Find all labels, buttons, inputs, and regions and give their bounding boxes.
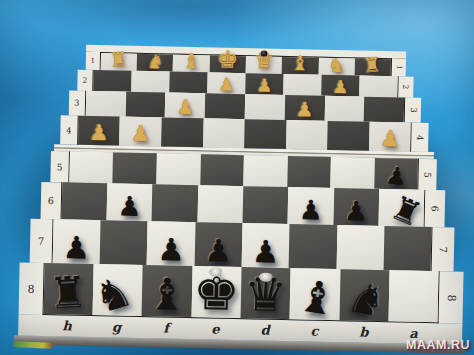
square-b4 (327, 121, 369, 151)
rank-label-left-7: 7 (30, 219, 53, 263)
file-label-b: b (339, 324, 389, 340)
square-d6 (243, 186, 289, 224)
square-c2 (283, 74, 321, 96)
file-label-h: h (42, 318, 92, 334)
square-a5: ♟ (374, 158, 418, 190)
file-label-f: f (141, 320, 191, 336)
square-e1: ♚ (209, 55, 246, 73)
square-e2: ♟ (207, 72, 245, 94)
square-e3 (205, 93, 245, 119)
square-b2: ♟ (321, 75, 359, 97)
white-bishop-f1: ♝ (182, 52, 200, 71)
square-e4 (203, 118, 245, 148)
square-a6: ♜ (378, 189, 424, 227)
black-bishop-f8: ♝ (147, 273, 187, 316)
white-bishop-c1: ♝ (291, 54, 309, 73)
black-pawn-b6: ♟ (344, 199, 369, 225)
square-b5 (330, 157, 374, 189)
black-knight-b8: ♞ (344, 277, 389, 323)
white-pawn-e2: ♟ (218, 75, 234, 92)
square-f2 (169, 72, 207, 94)
square-d5 (243, 155, 287, 187)
square-h5 (69, 151, 113, 183)
black-pawn-f7: ♟ (157, 235, 185, 265)
rank-label-right-3: 3 (405, 98, 421, 123)
black-pawn-c6: ♟ (298, 198, 323, 224)
square-c6: ♟ (288, 187, 334, 225)
square-g1: ♞ (137, 54, 174, 72)
white-pawn-d2: ♟ (256, 76, 272, 93)
rank-label-left-8: 8 (19, 262, 44, 314)
black-queen-d8: ♛ (244, 272, 288, 318)
white-knight-g1: ♞ (146, 52, 163, 70)
square-b8: ♞ (339, 269, 389, 321)
square-b3 (324, 96, 364, 122)
square-g6: ♟ (107, 183, 153, 221)
file-label-g: g (92, 319, 142, 335)
square-a1: ♜ (354, 58, 391, 76)
square-e8: ♚ (191, 266, 241, 318)
black-rook-h8: ♜ (47, 272, 88, 315)
white-pawn-g4: ♟ (130, 124, 150, 145)
rank-label-right-5: 5 (418, 159, 437, 190)
black-pawn-a5: ♟ (385, 164, 409, 189)
square-f4 (161, 117, 203, 147)
square-b6: ♟ (333, 188, 379, 226)
square-c1: ♝ (282, 57, 319, 75)
rank-label-right-7: 7 (432, 227, 455, 271)
square-f6 (152, 184, 198, 222)
square-f3: ♟ (165, 92, 205, 118)
square-a7 (383, 226, 431, 271)
square-g3 (125, 92, 165, 118)
square-h3 (86, 91, 126, 117)
squares-rank-8: ♜♞♝♚♛♝♞ (42, 263, 439, 323)
white-pawn-h4: ♟ (89, 123, 109, 144)
square-h4: ♟ (78, 116, 120, 146)
square-d7: ♟ (242, 223, 290, 268)
square-f8: ♝ (142, 265, 192, 317)
square-c3: ♟ (284, 95, 324, 121)
square-b7 (336, 225, 384, 270)
square-a4: ♟ (369, 122, 411, 152)
rank-label-left-4: 4 (60, 115, 78, 144)
rank-label-right-8: 8 (439, 271, 464, 323)
square-g8: ♞ (93, 264, 143, 316)
square-h6 (61, 182, 107, 220)
black-pawn-h7: ♟ (62, 233, 90, 263)
square-b1: ♞ (318, 58, 355, 76)
square-d2: ♟ (245, 73, 283, 95)
rank-label-left-1: 1 (86, 52, 100, 70)
file-label-d: d (240, 322, 290, 338)
square-e6 (197, 185, 243, 223)
square-h1: ♜ (101, 53, 138, 71)
rank-label-left-5: 5 (50, 151, 69, 182)
square-g4: ♟ (120, 117, 162, 147)
rank-label-left-6: 6 (41, 182, 62, 219)
square-g5 (113, 152, 157, 184)
white-knight-b1: ♞ (328, 56, 345, 74)
white-rook-a1: ♜ (362, 55, 381, 75)
rank-label-left-3: 3 (69, 90, 85, 115)
square-e5 (200, 154, 244, 186)
squares-rank-7: ♟♟♟♟ (52, 219, 433, 271)
black-rook-a6: ♜ (386, 190, 426, 230)
file-label-e: e (191, 321, 241, 337)
square-g2 (131, 71, 169, 93)
square-f7: ♟ (147, 221, 195, 266)
square-a3 (364, 97, 404, 123)
square-c4 (286, 120, 328, 150)
black-knight-g8: ♞ (89, 271, 137, 320)
square-c5 (287, 156, 331, 188)
square-d4 (244, 119, 286, 149)
square-h7: ♟ (53, 219, 101, 264)
rank-label-right-1: 1 (392, 58, 406, 76)
chessboard: 1♜♞♝♚♛♝♞♜12♟♟♟23♟♟34♟♟♟45♟56♟♟♟♜67♟♟♟♟78… (0, 0, 474, 355)
white-queen-d1: ♛ (254, 51, 274, 72)
black-bishop-c8: ♝ (294, 274, 340, 322)
square-f5 (156, 153, 200, 185)
board-ranks: 1♜♞♝♚♛♝♞♜12♟♟♟23♟♟34♟♟♟45♟56♟♟♟♜67♟♟♟♟78… (4, 0, 474, 5)
square-d3 (245, 94, 285, 120)
white-pawn-f3: ♟ (176, 98, 194, 117)
watermark[interactable]: MAAM.RU (406, 338, 470, 352)
photo-scene: 1♜♞♝♚♛♝♞♜12♟♟♟23♟♟34♟♟♟45♟56♟♟♟♜67♟♟♟♟78… (0, 0, 474, 355)
square-h8: ♜ (43, 263, 93, 315)
black-pawn-g6: ♟ (117, 194, 142, 220)
black-king-e8: ♚ (193, 267, 241, 317)
rank-label-right-2: 2 (398, 76, 413, 97)
square-a2 (359, 76, 397, 98)
rank-label-right-6: 6 (425, 190, 446, 227)
white-pawn-a4: ♟ (379, 128, 401, 151)
square-f1: ♝ (173, 55, 210, 73)
square-c8: ♝ (290, 268, 340, 320)
square-c7 (289, 224, 337, 269)
square-a8 (388, 270, 438, 322)
rank-row-8: 8♜♞♝♚♛♝♞8 (19, 262, 464, 323)
square-h2 (93, 70, 131, 92)
rank-label-left-2: 2 (77, 70, 92, 91)
rank-label-right-4: 4 (411, 123, 429, 152)
white-rook-h1: ♜ (109, 50, 128, 70)
square-d1: ♛ (246, 56, 283, 74)
white-pawn-c3: ♟ (295, 100, 313, 119)
square-d8: ♛ (241, 267, 291, 319)
white-king-e1: ♚ (217, 49, 239, 72)
white-pawn-b2: ♟ (332, 78, 348, 95)
square-g7 (100, 220, 148, 265)
black-pawn-d7: ♟ (251, 237, 279, 267)
